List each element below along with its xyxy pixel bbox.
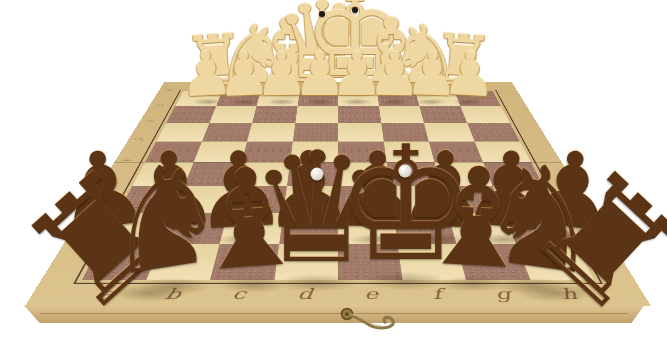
dark-finial-d8 bbox=[319, 11, 325, 17]
piece-light-p-h7[interactable]: ♟ bbox=[441, 43, 498, 106]
dark-finial-e8 bbox=[352, 7, 358, 13]
rank-label-6: 6 bbox=[143, 119, 158, 122]
clasp-hook-icon bbox=[336, 307, 416, 337]
rank-label-8: 8 bbox=[162, 88, 175, 90]
light-finial-d1 bbox=[311, 168, 324, 181]
light-finial-e1 bbox=[399, 165, 412, 178]
chess-set-photo: abcdefgh 12345678 ♜♞♝♛♚♝♞♜♟♟♟♟♟♟♟♟♟♟♟♟♟♟… bbox=[0, 0, 667, 350]
rank-label-7: 7 bbox=[153, 103, 167, 106]
